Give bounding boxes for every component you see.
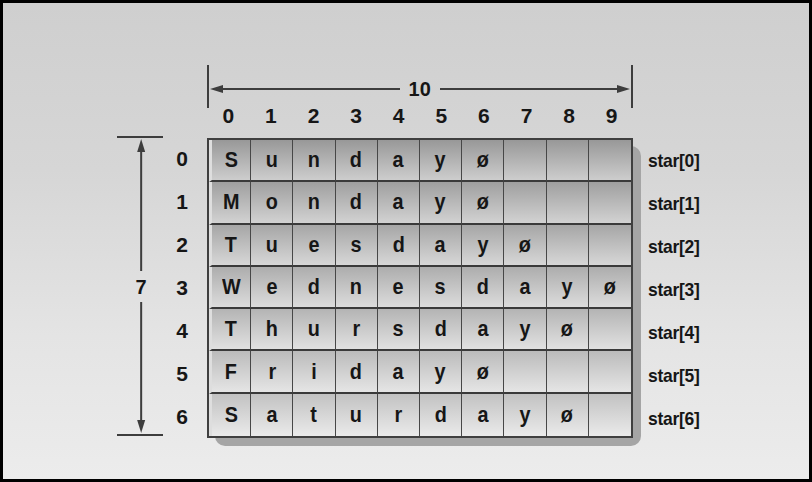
dimension-tick-left: [207, 65, 209, 108]
grid-cell-r3c0: W: [209, 267, 251, 309]
grid-cell-r3c1: e: [251, 267, 293, 309]
column-index-label: 4: [377, 103, 420, 129]
grid-cell-r3c2: d: [293, 267, 335, 309]
row-index-label: 0: [167, 138, 197, 181]
grid-cell-r4c6: a: [462, 309, 504, 351]
dimension-tick-top: [117, 136, 163, 138]
grid-cell-r1c3: d: [336, 182, 378, 224]
row-index-label: 4: [167, 309, 197, 352]
grid-cell-r4c4: s: [378, 309, 420, 351]
arrowhead-right-icon: [617, 85, 630, 93]
grid-cell-r1c8: [547, 182, 589, 224]
grid-cell-r4c1: h: [251, 309, 293, 351]
row-index-label: 5: [167, 352, 197, 395]
grid-cell-r2c2: e: [293, 225, 335, 267]
array-row-labels: star[0]star[1]star[2]star[3]star[4]star[…: [648, 140, 704, 440]
grid-cell-r1c5: y: [420, 182, 462, 224]
column-index-label: 1: [250, 103, 293, 129]
grid-cell-r3c8: y: [547, 267, 589, 309]
grid-cell-r5c3: d: [336, 351, 378, 393]
grid-cell-r6c5: d: [420, 394, 462, 436]
dimension-line-segment: [223, 88, 400, 90]
dimension-tick-right: [631, 65, 633, 108]
grid-cell-r3c9: ø: [589, 267, 631, 309]
height-dimension-label: 7: [135, 271, 146, 302]
grid-cell-r3c3: n: [336, 267, 378, 309]
grid-cell-r0c6: ø: [462, 140, 504, 182]
grid-cell-r3c5: s: [420, 267, 462, 309]
grid-cell-r1c2: n: [293, 182, 335, 224]
grid-cell-r4c2: u: [293, 309, 335, 351]
grid-cell-r6c0: S: [209, 394, 251, 436]
grid-cell-r3c4: e: [378, 267, 420, 309]
array-row-label: star[1]: [648, 183, 704, 226]
dimension-tick-bottom: [117, 434, 163, 436]
grid-cell-r3c7: a: [504, 267, 546, 309]
grid-cell-r6c9: [589, 394, 631, 436]
width-dimension-line: 10: [210, 78, 630, 99]
grid-cell-r0c0: S: [209, 140, 251, 182]
grid-cell-r5c0: F: [209, 351, 251, 393]
column-index-label: 2: [292, 103, 335, 129]
grid-cell-r0c5: y: [420, 140, 462, 182]
grid-cell-r6c8: ø: [547, 394, 589, 436]
grid-cell-r4c0: T: [209, 309, 251, 351]
grid-cell-r5c5: y: [420, 351, 462, 393]
grid-cell-r6c4: r: [378, 394, 420, 436]
array-row-label: star[2]: [648, 226, 704, 269]
dimension-line-segment: [440, 88, 617, 90]
grid-cell-r0c4: a: [378, 140, 420, 182]
column-index-label: 8: [548, 103, 591, 129]
grid-cell-r2c4: d: [378, 225, 420, 267]
grid-cell-r2c7: ø: [504, 225, 546, 267]
grid-cell-r5c2: i: [293, 351, 335, 393]
arrowhead-up-icon: [137, 139, 145, 152]
grid-cell-r2c6: y: [462, 225, 504, 267]
width-dimension-label: 10: [401, 78, 438, 99]
column-index-label: 7: [505, 103, 548, 129]
grid-cell-r4c7: y: [504, 309, 546, 351]
grid-cell-r6c7: y: [504, 394, 546, 436]
column-index-label: 5: [420, 103, 463, 129]
grid-cell-r0c1: u: [251, 140, 293, 182]
column-index-label: 9: [590, 103, 633, 129]
grid-cell-r5c6: ø: [462, 351, 504, 393]
column-indices: 0123456789: [207, 103, 633, 129]
grid-cell-r2c5: a: [420, 225, 462, 267]
row-index-label: 6: [167, 395, 197, 438]
arrowhead-down-icon: [137, 420, 145, 433]
grid-cell-r2c1: u: [251, 225, 293, 267]
grid-cell-r4c8: ø: [547, 309, 589, 351]
column-index-label: 3: [335, 103, 378, 129]
grid-cell-r4c5: d: [420, 309, 462, 351]
height-dimension: 7: [117, 136, 165, 436]
array-row-label: star[6]: [648, 397, 704, 440]
array-row-label: star[0]: [648, 140, 704, 183]
grid-cell-r5c1: r: [251, 351, 293, 393]
column-index-label: 6: [463, 103, 506, 129]
grid-cell-r2c3: s: [336, 225, 378, 267]
array-row-label: star[4]: [648, 311, 704, 354]
grid-cell-r5c8: [547, 351, 589, 393]
grid-cell-r1c6: ø: [462, 182, 504, 224]
grid-cell-r6c1: a: [251, 394, 293, 436]
column-index-label: 0: [207, 103, 250, 129]
grid-cell-r1c1: o: [251, 182, 293, 224]
array-row-label: star[3]: [648, 269, 704, 312]
array-row-label: star[5]: [648, 354, 704, 397]
grid-cell-r1c9: [589, 182, 631, 224]
grid-cell-r5c4: a: [378, 351, 420, 393]
grid-cell-r2c9: [589, 225, 631, 267]
grid-cell-r1c4: a: [378, 182, 420, 224]
dimension-line-segment: [140, 152, 142, 271]
grid-cell-r5c9: [589, 351, 631, 393]
grid-cell-r5c7: [504, 351, 546, 393]
figure-frame: 10 0123456789 7 0123456 SundayøMondayøTu…: [0, 0, 812, 482]
grid-cell-r0c3: d: [336, 140, 378, 182]
grid-cell-r4c9: [589, 309, 631, 351]
grid-cell-r2c8: [547, 225, 589, 267]
grid-cell-r0c9: [589, 140, 631, 182]
row-indices: 0123456: [167, 138, 197, 438]
grid-cell-r0c7: [504, 140, 546, 182]
grid-cell-r4c3: r: [336, 309, 378, 351]
row-index-label: 1: [167, 181, 197, 224]
row-index-label: 2: [167, 224, 197, 267]
grid-cell-r1c0: M: [209, 182, 251, 224]
arrowhead-left-icon: [210, 85, 223, 93]
grid-cell-r3c6: d: [462, 267, 504, 309]
grid-cell-r6c6: a: [462, 394, 504, 436]
dimension-line-segment: [140, 302, 142, 421]
grid-cell-r1c7: [504, 182, 546, 224]
grid-cell-r0c8: [547, 140, 589, 182]
grid-cell-r6c3: u: [336, 394, 378, 436]
grid-cell-r0c2: n: [293, 140, 335, 182]
row-index-label: 3: [167, 267, 197, 310]
grid-cell-r2c0: T: [209, 225, 251, 267]
height-dimension-line: 7: [135, 139, 147, 433]
char-grid: SundayøMondayøTuesdayøWednesdayøThursday…: [207, 138, 633, 438]
grid-cell-r6c2: t: [293, 394, 335, 436]
